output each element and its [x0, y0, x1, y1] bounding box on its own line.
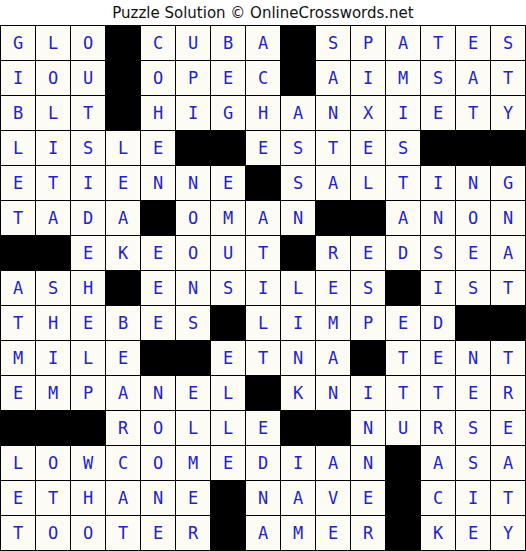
letter-cell-r3c7: G [211, 96, 245, 130]
letter-cell-r9c5: E [141, 306, 175, 340]
letter-cell-r9c6: S [176, 306, 210, 340]
letter-cell-r12c4: R [106, 411, 140, 445]
letter-cell-r2c10: A [316, 61, 350, 95]
letter-cell-r11c4: A [106, 376, 140, 410]
letter-cell-r4c5: E [141, 131, 175, 165]
letter-cell-r1c10: S [316, 26, 350, 60]
letter-cell-r2c7: E [211, 61, 245, 95]
letter-cell-r11c10: N [316, 376, 350, 410]
black-cell-r7c9 [281, 236, 315, 270]
letter-cell-r11c5: N [141, 376, 175, 410]
letter-cell-r6c2: A [36, 201, 70, 235]
letter-cell-r7c4: K [106, 236, 140, 270]
page-title: Puzzle Solution © OnlineCrosswords.net [0, 0, 526, 25]
letter-cell-r2c12: M [386, 61, 420, 95]
letter-cell-r3c2: L [36, 96, 70, 130]
letter-cell-r10c8: T [246, 341, 280, 375]
letter-cell-r8c11: S [351, 271, 385, 305]
letter-cell-r5c3: I [71, 166, 105, 200]
black-cell-r6c11 [351, 201, 385, 235]
letter-cell-r11c13: T [421, 376, 455, 410]
letter-cell-r8c15: T [491, 271, 525, 305]
black-cell-r9c7 [211, 306, 245, 340]
letter-cell-r10c12: T [386, 341, 420, 375]
letter-cell-r3c14: T [456, 96, 490, 130]
letter-cell-r11c7: L [211, 376, 245, 410]
letter-cell-r2c2: O [36, 61, 70, 95]
letter-cell-r4c2: I [36, 131, 70, 165]
letter-cell-r3c9: A [281, 96, 315, 130]
letter-cell-r14c14: I [456, 481, 490, 515]
letter-cell-r14c13: C [421, 481, 455, 515]
black-cell-r7c2 [36, 236, 70, 270]
black-cell-r4c7 [211, 131, 245, 165]
puzzle-solution-page: Puzzle Solution © OnlineCrosswords.net G… [0, 0, 526, 551]
letter-cell-r10c9: N [281, 341, 315, 375]
letter-cell-r14c8: N [246, 481, 280, 515]
black-cell-r10c6 [176, 341, 210, 375]
letter-cell-r6c14: O [456, 201, 490, 235]
letter-cell-r6c12: A [386, 201, 420, 235]
letter-cell-r15c6: R [176, 516, 210, 550]
black-cell-r12c3 [71, 411, 105, 445]
letter-cell-r10c7: E [211, 341, 245, 375]
letter-cell-r2c6: P [176, 61, 210, 95]
letter-cell-r4c10: T [316, 131, 350, 165]
black-cell-r15c7 [211, 516, 245, 550]
black-cell-r4c15 [491, 131, 525, 165]
letter-cell-r12c13: R [421, 411, 455, 445]
letter-cell-r11c3: P [71, 376, 105, 410]
letter-cell-r2c13: S [421, 61, 455, 95]
black-cell-r9c15 [491, 306, 525, 340]
black-cell-r12c9 [281, 411, 315, 445]
black-cell-r4c6 [176, 131, 210, 165]
letter-cell-r9c12: E [386, 306, 420, 340]
letter-cell-r13c7: E [211, 446, 245, 480]
black-cell-r2c9 [281, 61, 315, 95]
letter-cell-r1c8: A [246, 26, 280, 60]
black-cell-r12c1 [1, 411, 35, 445]
black-cell-r4c14 [456, 131, 490, 165]
letter-cell-r8c10: E [316, 271, 350, 305]
letter-cell-r15c2: O [36, 516, 70, 550]
letter-cell-r14c9: A [281, 481, 315, 515]
letter-cell-r14c2: T [36, 481, 70, 515]
letter-cell-r12c11: N [351, 411, 385, 445]
black-cell-r2c4 [106, 61, 140, 95]
letter-cell-r14c6: E [176, 481, 210, 515]
letter-cell-r7c6: O [176, 236, 210, 270]
letter-cell-r6c3: D [71, 201, 105, 235]
letter-cell-r13c14: S [456, 446, 490, 480]
letter-cell-r6c4: A [106, 201, 140, 235]
letter-cell-r15c15: Y [491, 516, 525, 550]
letter-cell-r3c8: H [246, 96, 280, 130]
letter-cell-r1c7: B [211, 26, 245, 60]
letter-cell-r1c6: U [176, 26, 210, 60]
letter-cell-r13c10: A [316, 446, 350, 480]
letter-cell-r9c13: D [421, 306, 455, 340]
letter-cell-r15c5: E [141, 516, 175, 550]
letter-cell-r7c13: S [421, 236, 455, 270]
letter-cell-r1c14: E [456, 26, 490, 60]
letter-cell-r11c1: E [1, 376, 35, 410]
letter-cell-r11c14: E [456, 376, 490, 410]
letter-cell-r14c11: E [351, 481, 385, 515]
letter-cell-r5c7: E [211, 166, 245, 200]
crossword-grid: GLOCUBASPATESIOUOPECAIMSATBLTHIGHANXIETY… [0, 25, 526, 551]
letter-cell-r3c13: E [421, 96, 455, 130]
letter-cell-r15c1: T [1, 516, 35, 550]
black-cell-r1c9 [281, 26, 315, 60]
black-cell-r9c14 [456, 306, 490, 340]
letter-cell-r13c13: A [421, 446, 455, 480]
letter-cell-r3c10: N [316, 96, 350, 130]
letter-cell-r9c8: L [246, 306, 280, 340]
letter-cell-r11c12: T [386, 376, 420, 410]
letter-cell-r5c9: S [281, 166, 315, 200]
letter-cell-r4c1: L [1, 131, 35, 165]
letter-cell-r7c10: R [316, 236, 350, 270]
letter-cell-r6c6: O [176, 201, 210, 235]
letter-cell-r9c4: B [106, 306, 140, 340]
black-cell-r4c13 [421, 131, 455, 165]
letter-cell-r11c6: E [176, 376, 210, 410]
letter-cell-r15c13: K [421, 516, 455, 550]
letter-cell-r13c2: O [36, 446, 70, 480]
letter-cell-r4c3: S [71, 131, 105, 165]
letter-cell-r7c3: E [71, 236, 105, 270]
letter-cell-r11c11: I [351, 376, 385, 410]
letter-cell-r10c2: I [36, 341, 70, 375]
letter-cell-r10c3: L [71, 341, 105, 375]
letter-cell-r13c6: M [176, 446, 210, 480]
letter-cell-r4c12: S [386, 131, 420, 165]
letter-cell-r8c5: E [141, 271, 175, 305]
letter-cell-r2c8: C [246, 61, 280, 95]
letter-cell-r13c5: O [141, 446, 175, 480]
letter-cell-r9c3: E [71, 306, 105, 340]
letter-cell-r14c5: N [141, 481, 175, 515]
letter-cell-r14c10: V [316, 481, 350, 515]
black-cell-r12c10 [316, 411, 350, 445]
letter-cell-r6c7: M [211, 201, 245, 235]
letter-cell-r7c14: E [456, 236, 490, 270]
letter-cell-r15c11: R [351, 516, 385, 550]
letter-cell-r3c15: Y [491, 96, 525, 130]
letter-cell-r2c3: U [71, 61, 105, 95]
letter-cell-r10c14: N [456, 341, 490, 375]
letter-cell-r9c9: I [281, 306, 315, 340]
letter-cell-r1c2: L [36, 26, 70, 60]
letter-cell-r3c3: T [71, 96, 105, 130]
black-cell-r8c4 [106, 271, 140, 305]
letter-cell-r9c10: M [316, 306, 350, 340]
letter-cell-r9c2: H [36, 306, 70, 340]
letter-cell-r6c15: N [491, 201, 525, 235]
letter-cell-r7c12: D [386, 236, 420, 270]
letter-cell-r8c7: S [211, 271, 245, 305]
letter-cell-r8c14: S [456, 271, 490, 305]
letter-cell-r13c1: L [1, 446, 35, 480]
letter-cell-r5c15: G [491, 166, 525, 200]
letter-cell-r8c1: A [1, 271, 35, 305]
black-cell-r14c7 [211, 481, 245, 515]
letter-cell-r1c12: A [386, 26, 420, 60]
letter-cell-r3c11: X [351, 96, 385, 130]
letter-cell-r6c13: N [421, 201, 455, 235]
letter-cell-r13c8: D [246, 446, 280, 480]
black-cell-r1c4 [106, 26, 140, 60]
letter-cell-r13c3: W [71, 446, 105, 480]
letter-cell-r2c5: O [141, 61, 175, 95]
letter-cell-r3c6: I [176, 96, 210, 130]
letter-cell-r8c2: S [36, 271, 70, 305]
letter-cell-r1c13: T [421, 26, 455, 60]
letter-cell-r5c12: T [386, 166, 420, 200]
letter-cell-r3c12: I [386, 96, 420, 130]
letter-cell-r13c15: A [491, 446, 525, 480]
letter-cell-r8c3: H [71, 271, 105, 305]
letter-cell-r4c9: S [281, 131, 315, 165]
black-cell-r3c4 [106, 96, 140, 130]
black-cell-r10c11 [351, 341, 385, 375]
black-cell-r13c12 [386, 446, 420, 480]
letter-cell-r6c9: N [281, 201, 315, 235]
letter-cell-r12c12: U [386, 411, 420, 445]
letter-cell-r7c8: T [246, 236, 280, 270]
letter-cell-r2c15: T [491, 61, 525, 95]
letter-cell-r12c15: E [491, 411, 525, 445]
letter-cell-r1c15: S [491, 26, 525, 60]
letter-cell-r14c3: H [71, 481, 105, 515]
black-cell-r12c2 [36, 411, 70, 445]
letter-cell-r8c13: I [421, 271, 455, 305]
letter-cell-r15c9: M [281, 516, 315, 550]
letter-cell-r15c10: E [316, 516, 350, 550]
letter-cell-r1c3: O [71, 26, 105, 60]
letter-cell-r14c15: T [491, 481, 525, 515]
letter-cell-r6c8: A [246, 201, 280, 235]
letter-cell-r9c11: P [351, 306, 385, 340]
letter-cell-r12c14: S [456, 411, 490, 445]
black-cell-r6c5 [141, 201, 175, 235]
letter-cell-r4c8: E [246, 131, 280, 165]
letter-cell-r3c1: B [1, 96, 35, 130]
letter-cell-r11c9: K [281, 376, 315, 410]
black-cell-r8c12 [386, 271, 420, 305]
letter-cell-r8c9: L [281, 271, 315, 305]
letter-cell-r5c5: N [141, 166, 175, 200]
letter-cell-r5c2: T [36, 166, 70, 200]
letter-cell-r5c4: E [106, 166, 140, 200]
letter-cell-r12c7: L [211, 411, 245, 445]
letter-cell-r7c15: A [491, 236, 525, 270]
letter-cell-r5c13: I [421, 166, 455, 200]
letter-cell-r5c11: L [351, 166, 385, 200]
letter-cell-r8c8: I [246, 271, 280, 305]
letter-cell-r13c9: I [281, 446, 315, 480]
letter-cell-r12c6: L [176, 411, 210, 445]
letter-cell-r12c5: O [141, 411, 175, 445]
letter-cell-r2c1: I [1, 61, 35, 95]
letter-cell-r7c7: U [211, 236, 245, 270]
letter-cell-r14c1: E [1, 481, 35, 515]
letter-cell-r15c14: E [456, 516, 490, 550]
letter-cell-r4c11: E [351, 131, 385, 165]
black-cell-r15c12 [386, 516, 420, 550]
letter-cell-r1c11: P [351, 26, 385, 60]
letter-cell-r13c4: C [106, 446, 140, 480]
letter-cell-r11c2: M [36, 376, 70, 410]
letter-cell-r5c10: A [316, 166, 350, 200]
letter-cell-r10c4: E [106, 341, 140, 375]
letter-cell-r1c1: G [1, 26, 35, 60]
letter-cell-r1c5: C [141, 26, 175, 60]
letter-cell-r6c1: T [1, 201, 35, 235]
letter-cell-r3c5: H [141, 96, 175, 130]
letter-cell-r10c13: E [421, 341, 455, 375]
letter-cell-r5c14: N [456, 166, 490, 200]
black-cell-r7c1 [1, 236, 35, 270]
black-cell-r6c10 [316, 201, 350, 235]
letter-cell-r15c3: O [71, 516, 105, 550]
letter-cell-r14c4: A [106, 481, 140, 515]
letter-cell-r13c11: N [351, 446, 385, 480]
letter-cell-r7c5: E [141, 236, 175, 270]
letter-cell-r7c11: E [351, 236, 385, 270]
black-cell-r11c8 [246, 376, 280, 410]
letter-cell-r10c15: T [491, 341, 525, 375]
letter-cell-r8c6: N [176, 271, 210, 305]
letter-cell-r2c11: I [351, 61, 385, 95]
letter-cell-r10c1: M [1, 341, 35, 375]
black-cell-r14c12 [386, 481, 420, 515]
black-cell-r5c8 [246, 166, 280, 200]
letter-cell-r11c15: R [491, 376, 525, 410]
letter-cell-r5c1: E [1, 166, 35, 200]
letter-cell-r4c4: L [106, 131, 140, 165]
letter-cell-r10c10: A [316, 341, 350, 375]
letter-cell-r2c14: A [456, 61, 490, 95]
letter-cell-r5c6: N [176, 166, 210, 200]
letter-cell-r9c1: T [1, 306, 35, 340]
black-cell-r10c5 [141, 341, 175, 375]
letter-cell-r15c8: A [246, 516, 280, 550]
letter-cell-r15c4: T [106, 516, 140, 550]
letter-cell-r12c8: E [246, 411, 280, 445]
